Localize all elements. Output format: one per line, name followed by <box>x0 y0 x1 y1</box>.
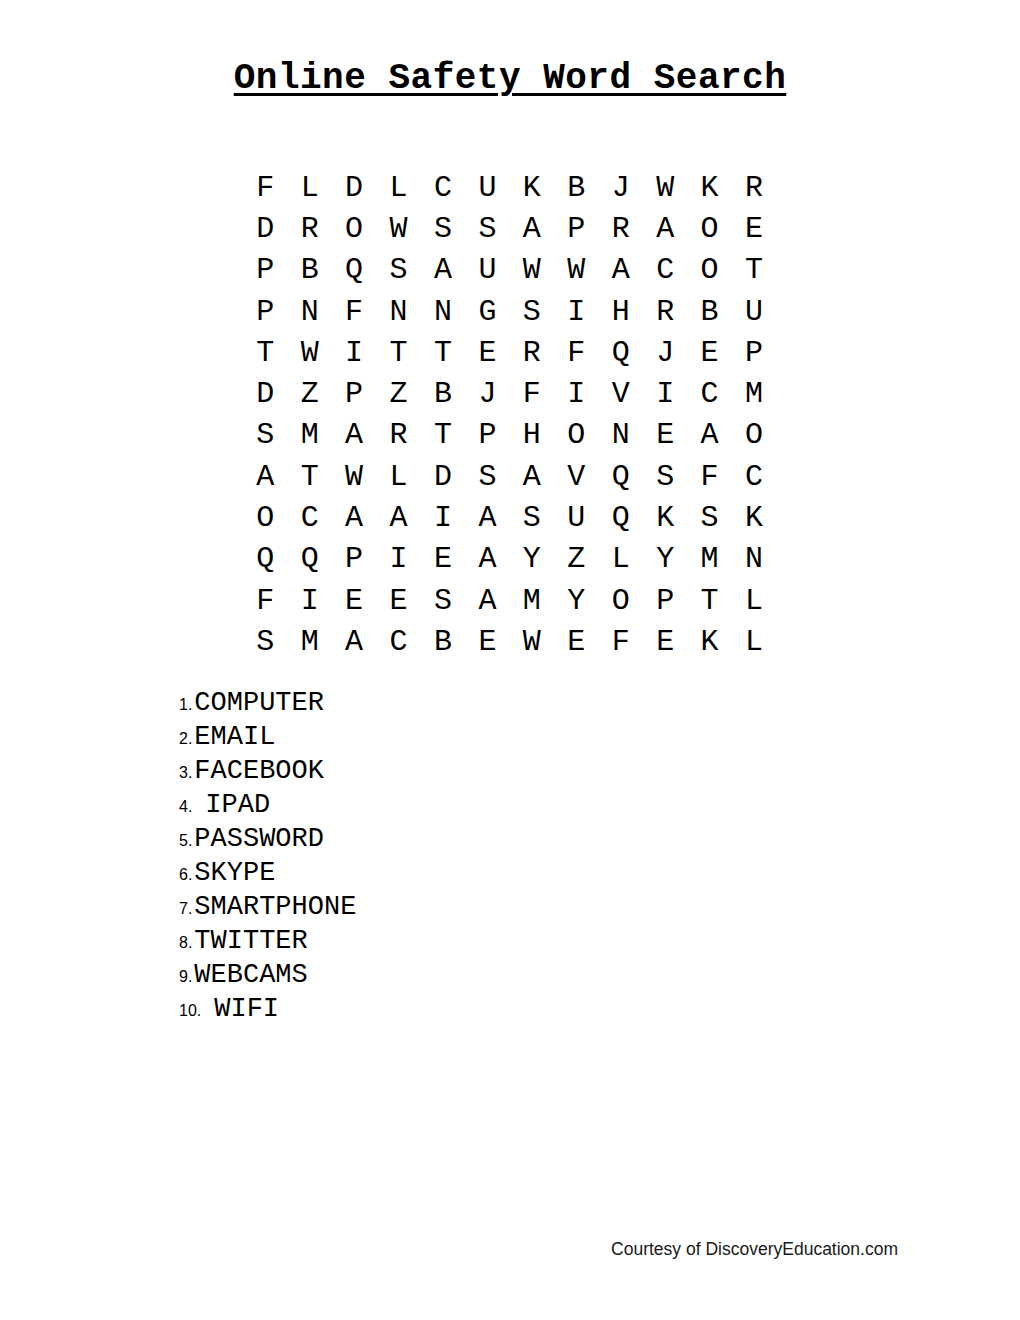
grid-cell: W <box>643 167 687 208</box>
grid-cell: N <box>732 539 776 580</box>
grid-cell: U <box>732 291 776 332</box>
grid-cell: A <box>510 208 554 249</box>
grid-cell: E <box>465 621 509 662</box>
grid-cell: H <box>510 415 554 456</box>
grid-cell: S <box>243 415 287 456</box>
word-number: 10. <box>179 1002 201 1019</box>
grid-cell: B <box>421 373 465 414</box>
grid-cell: R <box>510 332 554 373</box>
grid-cell: P <box>465 415 509 456</box>
grid-cell: N <box>287 291 331 332</box>
word-text: PASSWORD <box>194 824 324 854</box>
grid-cell: E <box>332 580 376 621</box>
grid-cell: L <box>599 539 643 580</box>
grid-cell: N <box>599 415 643 456</box>
word-number: 3. <box>179 764 192 781</box>
grid-cell: B <box>554 167 598 208</box>
grid-cell: R <box>287 208 331 249</box>
grid-cell: Q <box>287 539 331 580</box>
grid-cell: S <box>465 208 509 249</box>
grid-cell: A <box>687 415 731 456</box>
grid-cell: T <box>376 332 420 373</box>
grid-cell: Q <box>599 456 643 497</box>
grid-cell: O <box>687 208 731 249</box>
grid-cell: R <box>732 167 776 208</box>
grid-cell: F <box>687 456 731 497</box>
grid-cell: O <box>554 415 598 456</box>
word-text: EMAIL <box>194 722 275 752</box>
grid-cell: D <box>332 167 376 208</box>
word-list-item: 4.IPAD <box>179 788 356 822</box>
grid-cell: T <box>687 580 731 621</box>
grid-cell: C <box>687 373 731 414</box>
grid-cell: W <box>376 208 420 249</box>
grid-cell: O <box>243 497 287 538</box>
grid-cell: C <box>732 456 776 497</box>
grid-cell: O <box>687 250 731 291</box>
grid-cell: B <box>687 291 731 332</box>
grid-cell: A <box>332 621 376 662</box>
word-number: 4. <box>179 798 192 815</box>
word-list: 1.COMPUTER2.EMAIL3.FACEBOOK4.IPAD5.PASSW… <box>179 686 356 1026</box>
grid-cell: Q <box>599 497 643 538</box>
grid-cell: P <box>643 580 687 621</box>
grid-cell: R <box>599 208 643 249</box>
grid-cell: Z <box>287 373 331 414</box>
word-list-item: 7.SMARTPHONE <box>179 890 356 924</box>
grid-cell: C <box>287 497 331 538</box>
grid-cell: N <box>421 291 465 332</box>
grid-cell: F <box>332 291 376 332</box>
grid-cell: B <box>287 250 331 291</box>
grid-cell: W <box>554 250 598 291</box>
grid-cell: S <box>243 621 287 662</box>
grid-cell: J <box>643 332 687 373</box>
grid-cell: L <box>732 621 776 662</box>
grid-cell: M <box>287 621 331 662</box>
grid-cell: M <box>510 580 554 621</box>
grid-cell: I <box>287 580 331 621</box>
grid-cell: R <box>376 415 420 456</box>
grid-cell: Z <box>554 539 598 580</box>
grid-cell: Y <box>643 539 687 580</box>
grid-cell: C <box>421 167 465 208</box>
grid-cell: S <box>376 250 420 291</box>
grid-cell: E <box>554 621 598 662</box>
grid-cell: F <box>599 621 643 662</box>
grid-cell: B <box>421 621 465 662</box>
word-list-item: 10.WIFI <box>179 992 356 1026</box>
grid-cell: M <box>732 373 776 414</box>
grid-cell: S <box>687 497 731 538</box>
word-number: 7. <box>179 900 192 917</box>
worksheet-title: Online Safety Word Search <box>0 58 1020 99</box>
grid-cell: A <box>332 415 376 456</box>
grid-cell: Q <box>332 250 376 291</box>
word-list-item: 6.SKYPE <box>179 856 356 890</box>
grid-cell: U <box>465 250 509 291</box>
word-number: 9. <box>179 968 192 985</box>
grid-cell: M <box>287 415 331 456</box>
word-number: 2. <box>179 730 192 747</box>
word-number: 1. <box>179 696 192 713</box>
grid-cell: T <box>421 415 465 456</box>
grid-cell: J <box>599 167 643 208</box>
grid-cell: G <box>465 291 509 332</box>
grid-cell: W <box>510 621 554 662</box>
grid-cell: I <box>332 332 376 373</box>
grid-cell: S <box>510 291 554 332</box>
grid-cell: A <box>421 250 465 291</box>
word-number: 5. <box>179 832 192 849</box>
grid-cell: T <box>732 250 776 291</box>
word-list-item: 1.COMPUTER <box>179 686 356 720</box>
word-text: WIFI <box>214 994 279 1024</box>
word-text: COMPUTER <box>194 688 324 718</box>
word-list-item: 8.TWITTER <box>179 924 356 958</box>
word-list-item: 5.PASSWORD <box>179 822 356 856</box>
grid-cell: K <box>687 621 731 662</box>
grid-cell: M <box>687 539 731 580</box>
grid-cell: V <box>599 373 643 414</box>
grid-cell: P <box>554 208 598 249</box>
footer-credit: Courtesy of DiscoveryEducation.com <box>611 1239 898 1260</box>
grid-cell: F <box>243 580 287 621</box>
grid-cell: O <box>599 580 643 621</box>
grid-cell: C <box>376 621 420 662</box>
grid-cell: K <box>687 167 731 208</box>
grid-cell: W <box>287 332 331 373</box>
grid-cell: W <box>332 456 376 497</box>
grid-cell: K <box>643 497 687 538</box>
grid-cell: A <box>332 497 376 538</box>
grid-cell: E <box>421 539 465 580</box>
grid-cell: F <box>510 373 554 414</box>
grid-cell: V <box>554 456 598 497</box>
word-list-item: 9.WEBCAMS <box>179 958 356 992</box>
grid-cell: U <box>554 497 598 538</box>
grid-cell: L <box>287 167 331 208</box>
grid-cell: L <box>376 456 420 497</box>
grid-cell: P <box>332 539 376 580</box>
grid-cell: K <box>732 497 776 538</box>
word-text: SKYPE <box>194 858 275 888</box>
word-text: WEBCAMS <box>194 960 307 990</box>
word-number: 6. <box>179 866 192 883</box>
grid-cell: T <box>287 456 331 497</box>
worksheet-page: Online Safety Word Search FLDLCUKBJWKRDR… <box>0 0 1020 1320</box>
grid-cell: S <box>510 497 554 538</box>
grid-cell: J <box>465 373 509 414</box>
grid-cell: D <box>421 456 465 497</box>
grid-cell: A <box>376 497 420 538</box>
grid-cell: Y <box>510 539 554 580</box>
grid-cell: Q <box>243 539 287 580</box>
grid-cell: P <box>243 291 287 332</box>
grid-cell: H <box>599 291 643 332</box>
grid-cell: Y <box>554 580 598 621</box>
grid-cell: A <box>599 250 643 291</box>
grid-cell: Z <box>376 373 420 414</box>
grid-cell: I <box>643 373 687 414</box>
grid-cell: T <box>421 332 465 373</box>
grid-cell: C <box>643 250 687 291</box>
word-number: 8. <box>179 934 192 951</box>
grid-cell: P <box>243 250 287 291</box>
grid-cell: T <box>243 332 287 373</box>
grid-cell: P <box>332 373 376 414</box>
grid-cell: N <box>376 291 420 332</box>
grid-cell: E <box>732 208 776 249</box>
word-text: FACEBOOK <box>194 756 324 786</box>
grid-cell: L <box>732 580 776 621</box>
grid-cell: S <box>643 456 687 497</box>
grid-cell: S <box>421 208 465 249</box>
grid-cell: O <box>332 208 376 249</box>
grid-cell: E <box>465 332 509 373</box>
word-text: TWITTER <box>194 926 307 956</box>
word-list-item: 3.FACEBOOK <box>179 754 356 788</box>
grid-cell: R <box>643 291 687 332</box>
grid-cell: W <box>510 250 554 291</box>
grid-cell: I <box>421 497 465 538</box>
grid-cell: A <box>465 580 509 621</box>
grid-cell: D <box>243 373 287 414</box>
grid-cell: I <box>554 291 598 332</box>
word-text: SMARTPHONE <box>194 892 356 922</box>
grid-cell: K <box>510 167 554 208</box>
grid-cell: E <box>643 621 687 662</box>
word-list-item: 2.EMAIL <box>179 720 356 754</box>
grid-cell: Q <box>599 332 643 373</box>
grid-cell: L <box>376 167 420 208</box>
grid-cell: P <box>732 332 776 373</box>
grid-cell: O <box>732 415 776 456</box>
grid-cell: I <box>554 373 598 414</box>
grid-cell: A <box>243 456 287 497</box>
grid-cell: E <box>376 580 420 621</box>
grid-cell: U <box>465 167 509 208</box>
grid-cell: F <box>243 167 287 208</box>
grid-cell: A <box>465 497 509 538</box>
grid-cell: A <box>510 456 554 497</box>
grid-cell: E <box>643 415 687 456</box>
grid-cell: A <box>465 539 509 580</box>
grid-cell: E <box>687 332 731 373</box>
grid-cell: S <box>421 580 465 621</box>
grid-cell: I <box>376 539 420 580</box>
grid-cell: S <box>465 456 509 497</box>
grid-cell: F <box>554 332 598 373</box>
grid-cell: D <box>243 208 287 249</box>
word-search-grid: FLDLCUKBJWKRDROWSSAPRAOEPBQSAUWWACOTPNFN… <box>243 167 776 663</box>
grid-cell: A <box>643 208 687 249</box>
word-text: IPAD <box>205 790 270 820</box>
